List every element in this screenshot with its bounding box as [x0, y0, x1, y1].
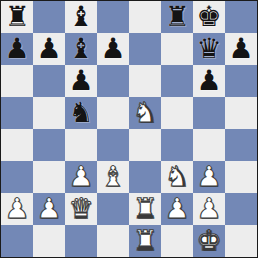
piece-black-knight-c5: ♞: [68, 97, 93, 129]
square-g8[interactable]: ♚: [193, 1, 225, 33]
square-b1[interactable]: [33, 225, 65, 257]
piece-black-queen-g7: ♛: [196, 33, 221, 65]
square-b8[interactable]: [33, 1, 65, 33]
square-d1[interactable]: [97, 225, 129, 257]
square-h8[interactable]: [225, 1, 257, 33]
square-e3[interactable]: [129, 161, 161, 193]
square-a4[interactable]: [1, 129, 33, 161]
piece-black-rook-a8: ♜: [4, 1, 29, 33]
square-h6[interactable]: [225, 65, 257, 97]
square-a7[interactable]: ♟: [1, 33, 33, 65]
square-d4[interactable]: [97, 129, 129, 161]
square-e2[interactable]: ♜: [129, 193, 161, 225]
piece-white-rook-e1: ♜: [132, 225, 157, 257]
piece-black-pawn-h7: ♟: [228, 33, 253, 65]
piece-black-bishop-c7: ♝: [68, 33, 93, 65]
piece-black-king-g8: ♚: [196, 1, 221, 33]
square-b5[interactable]: [33, 97, 65, 129]
square-a2[interactable]: ♟: [1, 193, 33, 225]
square-g6[interactable]: ♟: [193, 65, 225, 97]
square-g2[interactable]: ♟: [193, 193, 225, 225]
square-h5[interactable]: [225, 97, 257, 129]
square-f8[interactable]: ♜: [161, 1, 193, 33]
square-b3[interactable]: [33, 161, 65, 193]
square-h7[interactable]: ♟: [225, 33, 257, 65]
piece-black-bishop-c8: ♝: [68, 1, 93, 33]
square-e6[interactable]: [129, 65, 161, 97]
piece-white-pawn-g2: ♟: [196, 193, 221, 225]
square-c7[interactable]: ♝: [65, 33, 97, 65]
square-b2[interactable]: ♟: [33, 193, 65, 225]
square-a5[interactable]: [1, 97, 33, 129]
piece-black-pawn-g6: ♟: [196, 65, 221, 97]
piece-black-pawn-b7: ♟: [36, 33, 61, 65]
piece-black-pawn-d7: ♟: [100, 33, 125, 65]
square-d3[interactable]: ♝: [97, 161, 129, 193]
piece-white-queen-c2: ♛: [68, 193, 93, 225]
piece-white-pawn-f2: ♟: [164, 193, 189, 225]
piece-white-knight-e5: ♞: [132, 97, 157, 129]
piece-white-pawn-b2: ♟: [36, 193, 61, 225]
square-d8[interactable]: [97, 1, 129, 33]
square-e8[interactable]: [129, 1, 161, 33]
piece-black-pawn-a7: ♟: [4, 33, 29, 65]
square-h4[interactable]: [225, 129, 257, 161]
square-c3[interactable]: ♟: [65, 161, 97, 193]
piece-white-knight-f3: ♞: [164, 161, 189, 193]
square-g3[interactable]: ♟: [193, 161, 225, 193]
square-c5[interactable]: ♞: [65, 97, 97, 129]
square-e4[interactable]: [129, 129, 161, 161]
square-b4[interactable]: [33, 129, 65, 161]
square-c1[interactable]: [65, 225, 97, 257]
square-c8[interactable]: ♝: [65, 1, 97, 33]
square-f4[interactable]: [161, 129, 193, 161]
square-f6[interactable]: [161, 65, 193, 97]
piece-black-pawn-c6: ♟: [68, 65, 93, 97]
square-c6[interactable]: ♟: [65, 65, 97, 97]
square-h2[interactable]: [225, 193, 257, 225]
square-e5[interactable]: ♞: [129, 97, 161, 129]
square-a1[interactable]: [1, 225, 33, 257]
square-d7[interactable]: ♟: [97, 33, 129, 65]
square-a8[interactable]: ♜: [1, 1, 33, 33]
square-c4[interactable]: [65, 129, 97, 161]
piece-white-pawn-c3: ♟: [68, 161, 93, 193]
square-e7[interactable]: [129, 33, 161, 65]
square-b6[interactable]: [33, 65, 65, 97]
chess-board: ♜♝♜♚♟♟♝♟♛♟♟♟♞♞♟♝♞♟♟♟♛♜♟♟♜♚: [0, 0, 258, 258]
square-a3[interactable]: [1, 161, 33, 193]
square-b7[interactable]: ♟: [33, 33, 65, 65]
chess-board-container: ♜♝♜♚♟♟♝♟♛♟♟♟♞♞♟♝♞♟♟♟♛♜♟♟♜♚: [0, 0, 258, 258]
square-f7[interactable]: [161, 33, 193, 65]
square-d2[interactable]: [97, 193, 129, 225]
square-f2[interactable]: ♟: [161, 193, 193, 225]
piece-white-bishop-d3: ♝: [100, 161, 125, 193]
square-f5[interactable]: [161, 97, 193, 129]
square-g5[interactable]: [193, 97, 225, 129]
piece-white-pawn-g3: ♟: [196, 161, 221, 193]
square-h3[interactable]: [225, 161, 257, 193]
square-a6[interactable]: [1, 65, 33, 97]
piece-white-rook-e2: ♜: [132, 193, 157, 225]
piece-black-rook-f8: ♜: [164, 1, 189, 33]
square-c2[interactable]: ♛: [65, 193, 97, 225]
piece-white-king-g1: ♚: [196, 225, 221, 257]
square-f3[interactable]: ♞: [161, 161, 193, 193]
square-f1[interactable]: [161, 225, 193, 257]
square-e1[interactable]: ♜: [129, 225, 161, 257]
square-d6[interactable]: [97, 65, 129, 97]
square-g4[interactable]: [193, 129, 225, 161]
square-h1[interactable]: [225, 225, 257, 257]
square-g1[interactable]: ♚: [193, 225, 225, 257]
square-g7[interactable]: ♛: [193, 33, 225, 65]
piece-white-pawn-a2: ♟: [4, 193, 29, 225]
square-d5[interactable]: [97, 97, 129, 129]
